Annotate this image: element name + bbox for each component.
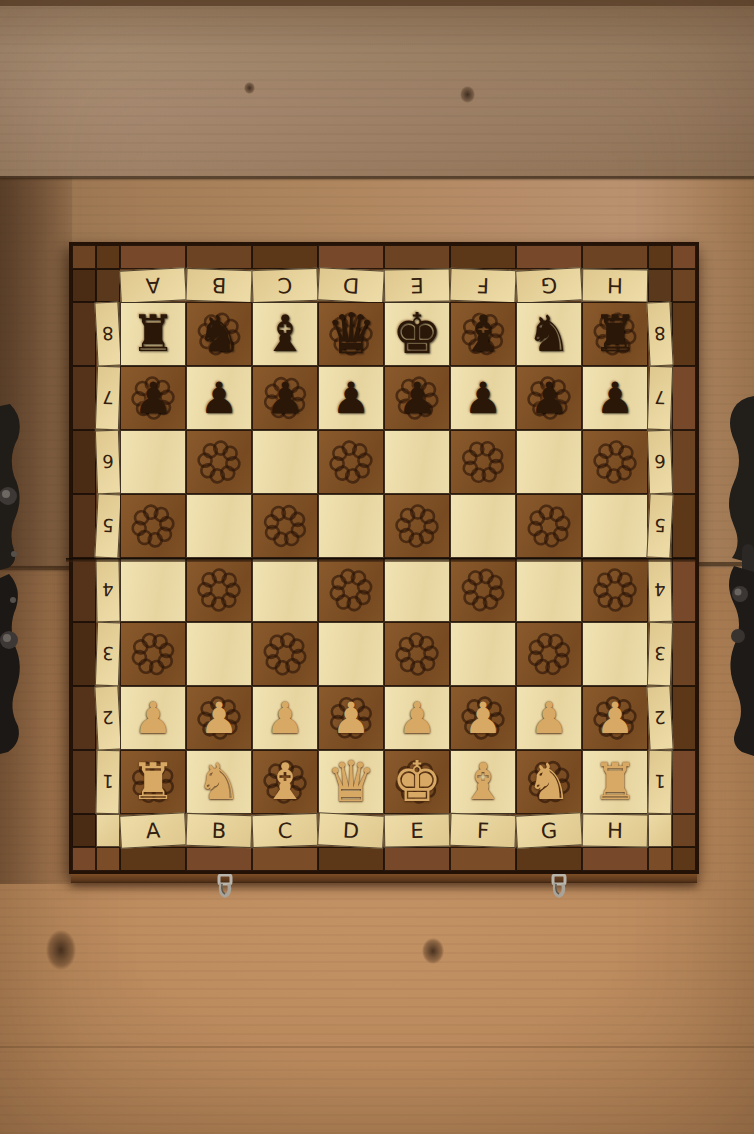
square-h5[interactable] [582, 494, 648, 558]
square-f1[interactable]: ♝ [450, 750, 516, 814]
frame-corner-cell [96, 269, 120, 302]
file-label-top-d: D [317, 267, 385, 303]
frame-band-cell [252, 245, 318, 269]
frame-band-cell [318, 245, 384, 269]
rosette-motif [582, 558, 647, 621]
rosette-motif [114, 616, 192, 692]
piece-white-pawn[interactable]: ♟ [332, 697, 371, 740]
plank-seam-top [0, 176, 754, 179]
frame-band-cell [96, 847, 120, 871]
frame-band-cell [450, 245, 516, 269]
square-a8[interactable]: ♜ [120, 302, 186, 366]
square-e2[interactable]: ♟ [384, 686, 450, 750]
square-b2[interactable]: ♟ [186, 686, 252, 750]
square-f5[interactable] [450, 494, 516, 558]
piece-white-pawn[interactable]: ♟ [200, 697, 239, 740]
square-d8[interactable]: ♛ [318, 302, 384, 366]
square-a2[interactable]: ♟ [120, 686, 186, 750]
frame-band-cell [582, 847, 648, 871]
rank-label-left-6: 6 [95, 430, 121, 495]
square-f4[interactable] [450, 558, 516, 622]
square-a5[interactable] [120, 494, 186, 558]
square-c3[interactable] [252, 622, 318, 686]
wood-knot [244, 82, 255, 94]
frame-band-cell [72, 430, 96, 494]
piece-black-pawn[interactable]: ♟ [332, 377, 371, 420]
rank-label-right-7: 7 [647, 366, 673, 431]
piece-black-pawn[interactable]: ♟ [530, 377, 569, 420]
frame-band-cell [648, 245, 672, 269]
piece-black-queen[interactable]: ♛ [326, 306, 376, 362]
frame-band-cell [648, 847, 672, 871]
rank-label-left-2: 2 [94, 685, 121, 750]
box-clasp-left [214, 874, 236, 900]
board-fold-seam [66, 558, 696, 562]
frame-band-cell [120, 245, 186, 269]
piece-white-queen[interactable]: ♛ [326, 754, 376, 810]
square-c4[interactable] [252, 558, 318, 622]
frame-band-cell [516, 847, 582, 871]
rank-label-right-1: 1 [647, 750, 672, 814]
square-d3[interactable] [318, 622, 384, 686]
square-b1[interactable]: ♞ [186, 750, 252, 814]
piece-black-pawn[interactable]: ♟ [200, 377, 239, 420]
frame-band-cell [72, 622, 96, 686]
square-e3[interactable] [384, 622, 450, 686]
table-scene: ABCDEFGH8♜♞♝♛♚♝♞♜87♟♟♟♟♟♟♟♟7665544332♟♟♟… [0, 0, 754, 1134]
square-h3[interactable] [582, 622, 648, 686]
square-c5[interactable] [252, 494, 318, 558]
piece-white-pawn[interactable]: ♟ [464, 697, 503, 740]
square-c6[interactable] [252, 430, 318, 494]
board-side-edge [71, 874, 697, 883]
rosette-motif [117, 490, 190, 561]
file-label-bottom-c: C [251, 813, 318, 848]
square-a7[interactable]: ♟ [120, 366, 186, 430]
square-f6[interactable] [450, 430, 516, 494]
square-a4[interactable] [120, 558, 186, 622]
box-clasp-right [548, 874, 570, 900]
piece-white-rook[interactable]: ♜ [593, 757, 638, 807]
piece-white-rook[interactable]: ♜ [131, 757, 176, 807]
file-label-bottom-e: E [384, 813, 451, 847]
frame-band-cell [72, 847, 96, 871]
square-e7[interactable]: ♟ [384, 366, 450, 430]
square-a3[interactable] [120, 622, 186, 686]
plank-seam-bottom [0, 1046, 754, 1048]
rank-label-right-2: 2 [646, 685, 673, 750]
frame-band-cell [120, 847, 186, 871]
square-b6[interactable] [186, 430, 252, 494]
piece-black-bishop[interactable]: ♝ [461, 309, 506, 359]
square-c1[interactable]: ♝ [252, 750, 318, 814]
piece-black-knight[interactable]: ♞ [527, 309, 572, 359]
frame-band-cell [672, 686, 696, 750]
rank-label-left-7: 7 [95, 366, 121, 431]
piece-white-pawn[interactable]: ♟ [398, 697, 437, 740]
frame-band-cell [318, 847, 384, 871]
frame-band-cell [72, 814, 96, 847]
piece-white-pawn[interactable]: ♟ [266, 697, 305, 740]
file-label-top-a: A [119, 267, 187, 303]
piece-black-rook[interactable]: ♜ [593, 309, 638, 359]
square-e6[interactable] [384, 430, 450, 494]
square-f2[interactable]: ♟ [450, 686, 516, 750]
frame-band-cell [72, 558, 96, 622]
frame-band-cell [384, 847, 450, 871]
square-g5[interactable] [516, 494, 582, 558]
square-h7[interactable]: ♟ [582, 366, 648, 430]
frame-band-cell [516, 245, 582, 269]
piece-black-pawn[interactable]: ♟ [266, 377, 305, 420]
piece-black-bishop[interactable]: ♝ [263, 309, 308, 359]
frame-band-cell [450, 847, 516, 871]
square-h2[interactable]: ♟ [582, 686, 648, 750]
frame-band-cell [96, 245, 120, 269]
piece-white-bishop[interactable]: ♝ [461, 757, 506, 807]
rosette-motif [580, 428, 649, 495]
square-d1[interactable]: ♛ [318, 750, 384, 814]
square-b7[interactable]: ♟ [186, 366, 252, 430]
left-table-hinge [0, 404, 30, 754]
square-e4[interactable] [384, 558, 450, 622]
square-h4[interactable] [582, 558, 648, 622]
frame-band-cell [672, 750, 696, 814]
piece-white-pawn[interactable]: ♟ [134, 697, 173, 740]
rosette-motif [512, 489, 587, 562]
square-e5[interactable] [384, 494, 450, 558]
frame-band-cell [72, 366, 96, 430]
piece-black-knight[interactable]: ♞ [197, 309, 242, 359]
file-label-top-g: G [515, 267, 583, 303]
rosette-motif [315, 427, 386, 496]
rank-label-right-3: 3 [647, 622, 673, 687]
square-d5[interactable] [318, 494, 384, 558]
table-top-edge [0, 0, 754, 6]
frame-band-cell [72, 750, 96, 814]
frame-band-cell [672, 847, 696, 871]
frame-band-cell [672, 558, 696, 622]
rank-label-right-6: 6 [647, 430, 673, 495]
square-d4[interactable] [318, 558, 384, 622]
rank-label-right-5: 5 [646, 493, 673, 558]
file-label-bottom-b: B [185, 813, 252, 848]
rosette-motif [443, 422, 524, 501]
piece-white-bishop[interactable]: ♝ [263, 757, 308, 807]
frame-band-cell [186, 245, 252, 269]
piece-white-pawn[interactable]: ♟ [530, 697, 569, 740]
file-label-top-e: E [384, 268, 451, 302]
rosette-motif [313, 553, 389, 628]
square-d7[interactable]: ♟ [318, 366, 384, 430]
frame-band-cell [672, 269, 696, 302]
square-f8[interactable]: ♝ [450, 302, 516, 366]
square-g1[interactable]: ♞ [516, 750, 582, 814]
square-h1[interactable]: ♜ [582, 750, 648, 814]
piece-black-pawn[interactable]: ♟ [464, 377, 503, 420]
file-label-bottom-d: D [317, 812, 385, 848]
square-h8[interactable]: ♜ [582, 302, 648, 366]
rank-label-left-1: 1 [95, 750, 120, 814]
piece-black-pawn[interactable]: ♟ [134, 377, 173, 420]
square-b3[interactable] [186, 622, 252, 686]
piece-black-pawn[interactable]: ♟ [398, 377, 437, 420]
square-d6[interactable] [318, 430, 384, 494]
square-c2[interactable]: ♟ [252, 686, 318, 750]
square-d2[interactable]: ♟ [318, 686, 384, 750]
square-g8[interactable]: ♞ [516, 302, 582, 366]
piece-white-knight[interactable]: ♞ [197, 757, 242, 807]
rosette-motif [383, 493, 450, 558]
piece-black-pawn[interactable]: ♟ [596, 377, 635, 420]
frame-band-cell [72, 269, 96, 302]
frame-band-cell [672, 366, 696, 430]
file-label-bottom-f: F [449, 813, 516, 848]
frame-corner-cell [648, 269, 672, 302]
square-h6[interactable] [582, 430, 648, 494]
frame-band-cell [186, 847, 252, 871]
rank-label-left-4: 4 [95, 558, 120, 622]
square-a1[interactable]: ♜ [120, 750, 186, 814]
square-e8[interactable]: ♚ [384, 302, 450, 366]
piece-white-king[interactable]: ♚ [392, 754, 442, 810]
file-label-top-c: C [251, 268, 318, 303]
frame-band-cell [72, 245, 96, 269]
rosette-motif [183, 427, 254, 496]
square-g2[interactable]: ♟ [516, 686, 582, 750]
frame-corner-cell [648, 814, 672, 847]
frame-band-cell [672, 622, 696, 686]
frame-band-cell [672, 430, 696, 494]
rosette-motif [445, 553, 521, 628]
square-a6[interactable] [120, 430, 186, 494]
square-g6[interactable] [516, 430, 582, 494]
piece-white-knight[interactable]: ♞ [527, 757, 572, 807]
piece-white-pawn[interactable]: ♟ [596, 697, 635, 740]
frame-band-cell [672, 494, 696, 558]
frame-band-cell [252, 847, 318, 871]
square-c7[interactable]: ♟ [252, 366, 318, 430]
square-b4[interactable] [186, 558, 252, 622]
square-g4[interactable] [516, 558, 582, 622]
piece-black-rook[interactable]: ♜ [131, 309, 176, 359]
frame-band-cell [72, 686, 96, 750]
square-f3[interactable] [450, 622, 516, 686]
wood-knot [46, 930, 76, 970]
rosette-motif [245, 487, 324, 565]
wood-knot [460, 86, 475, 103]
square-c8[interactable]: ♝ [252, 302, 318, 366]
file-label-bottom-h: H [582, 813, 649, 847]
square-g3[interactable] [516, 622, 582, 686]
frame-band-cell [384, 245, 450, 269]
frame-band-cell [582, 245, 648, 269]
file-label-bottom-a: A [119, 812, 187, 848]
chess-board-box: ABCDEFGH8♜♞♝♛♚♝♞♜87♟♟♟♟♟♟♟♟7665544332♟♟♟… [69, 242, 699, 883]
right-table-hinge [722, 396, 754, 756]
square-g7[interactable]: ♟ [516, 366, 582, 430]
frame-band-cell [672, 302, 696, 366]
rosette-motif [383, 621, 450, 686]
rank-label-left-8: 8 [94, 301, 121, 366]
frame-corner-cell [96, 814, 120, 847]
rank-label-right-8: 8 [646, 301, 673, 366]
frame-band-cell [672, 245, 696, 269]
frame-band-cell [672, 814, 696, 847]
piece-black-king[interactable]: ♚ [392, 306, 442, 362]
file-label-bottom-g: G [515, 812, 583, 848]
square-b8[interactable]: ♞ [186, 302, 252, 366]
rank-label-right-4: 4 [647, 558, 672, 622]
square-b5[interactable] [186, 494, 252, 558]
rosette-motif [186, 558, 251, 621]
square-e1[interactable]: ♚ [384, 750, 450, 814]
rosette-motif [509, 615, 588, 693]
frame-band-cell [72, 302, 96, 366]
frame-band-cell [72, 494, 96, 558]
wood-knot [422, 938, 444, 964]
rosette-motif [248, 617, 323, 690]
square-f7[interactable]: ♟ [450, 366, 516, 430]
